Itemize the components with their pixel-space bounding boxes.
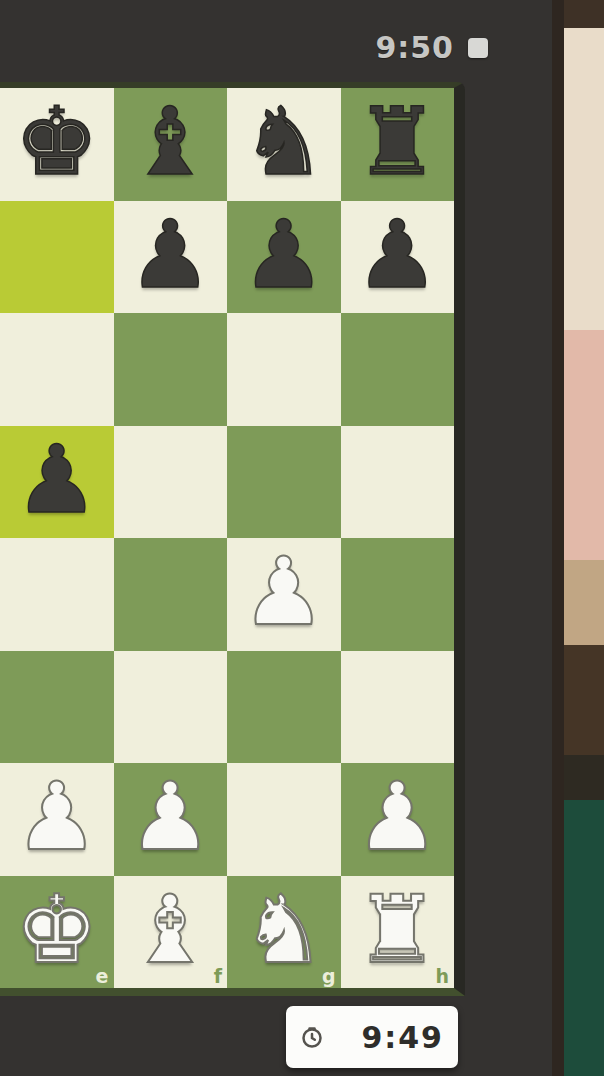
square-h2[interactable]: ♟ xyxy=(341,763,455,876)
square-e6[interactable] xyxy=(0,313,114,426)
square-f6[interactable] xyxy=(114,313,228,426)
square-g2[interactable] xyxy=(227,763,341,876)
square-f5[interactable] xyxy=(114,426,228,539)
square-e4[interactable] xyxy=(0,538,114,651)
clock-badge-icon[interactable] xyxy=(468,38,488,58)
black-pawn[interactable]: ♟ xyxy=(15,433,99,527)
square-f2[interactable]: ♟ xyxy=(114,763,228,876)
square-f7[interactable]: ♟ xyxy=(114,201,228,314)
square-e5-lastmove-to[interactable]: ♟ xyxy=(0,426,114,539)
square-g1[interactable]: ♞ g xyxy=(227,876,341,989)
square-e8[interactable]: ♚ xyxy=(0,88,114,201)
black-rook[interactable]: ♜ xyxy=(355,95,439,189)
webcam-border xyxy=(552,0,564,1076)
white-rook[interactable]: ♜ xyxy=(355,883,439,977)
white-pawn[interactable]: ♟ xyxy=(242,545,326,639)
webcam-image xyxy=(564,0,604,1076)
black-pawn[interactable]: ♟ xyxy=(128,208,212,302)
chess-board: ♚ ♝ ♞ ♜ ♟ ♟ ♟ ♟ xyxy=(0,82,465,996)
timer-icon xyxy=(300,1025,324,1049)
black-pawn[interactable]: ♟ xyxy=(355,208,439,302)
square-f4[interactable] xyxy=(114,538,228,651)
black-clock-time: 9:50 xyxy=(375,30,454,65)
square-h7[interactable]: ♟ xyxy=(341,201,455,314)
bottom-clock: 9:49 xyxy=(286,1006,458,1068)
chess-app-screen: 9:50 ♚ ♝ ♞ ♜ ♟ ♟ ♟ xyxy=(0,0,604,1076)
square-h1[interactable]: ♜ h xyxy=(341,876,455,989)
white-bishop[interactable]: ♝ xyxy=(128,883,212,977)
white-pawn[interactable]: ♟ xyxy=(128,770,212,864)
black-king[interactable]: ♚ xyxy=(15,95,99,189)
square-g4[interactable]: ♟ xyxy=(227,538,341,651)
top-clock: 9:50 xyxy=(0,30,488,65)
square-e1[interactable]: ♚ e xyxy=(0,876,114,989)
black-bishop[interactable]: ♝ xyxy=(128,95,212,189)
square-e3[interactable] xyxy=(0,651,114,764)
square-g7[interactable]: ♟ xyxy=(227,201,341,314)
square-g5[interactable] xyxy=(227,426,341,539)
square-e2[interactable]: ♟ xyxy=(0,763,114,876)
file-label-f: f xyxy=(214,967,222,986)
square-h4[interactable] xyxy=(341,538,455,651)
white-pawn[interactable]: ♟ xyxy=(15,770,99,864)
square-h5[interactable] xyxy=(341,426,455,539)
white-pawn[interactable]: ♟ xyxy=(355,770,439,864)
square-h8[interactable]: ♜ xyxy=(341,88,455,201)
square-h6[interactable] xyxy=(341,313,455,426)
black-pawn[interactable]: ♟ xyxy=(242,208,326,302)
square-g6[interactable] xyxy=(227,313,341,426)
white-clock-time: 9:49 xyxy=(361,1020,444,1055)
white-king[interactable]: ♚ xyxy=(15,883,99,977)
square-g8[interactable]: ♞ xyxy=(227,88,341,201)
square-f1[interactable]: ♝ f xyxy=(114,876,228,989)
square-f3[interactable] xyxy=(114,651,228,764)
file-label-h: h xyxy=(435,967,449,986)
webcam-sliver xyxy=(552,0,604,1076)
black-knight[interactable]: ♞ xyxy=(242,95,326,189)
square-g3[interactable] xyxy=(227,651,341,764)
square-h3[interactable] xyxy=(341,651,455,764)
file-label-e: e xyxy=(96,967,109,986)
file-label-g: g xyxy=(322,967,336,986)
square-e7-lastmove-from[interactable] xyxy=(0,201,114,314)
square-f8[interactable]: ♝ xyxy=(114,88,228,201)
white-knight[interactable]: ♞ xyxy=(242,883,326,977)
